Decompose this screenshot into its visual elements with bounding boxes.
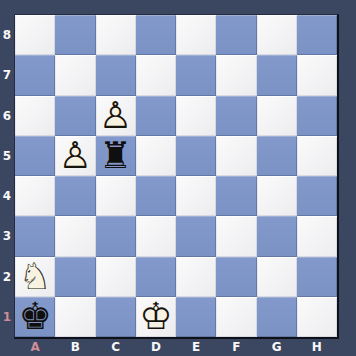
black-rook-icon: ♜ [96, 136, 136, 176]
rank-label-5: 5 [0, 136, 14, 176]
square-c2[interactable] [96, 257, 136, 297]
square-g8[interactable] [257, 15, 297, 55]
square-b3[interactable] [55, 216, 95, 256]
square-g1[interactable] [257, 297, 297, 337]
square-b5[interactable]: ♟♙ [55, 136, 95, 176]
square-d4[interactable] [136, 176, 176, 216]
square-g4[interactable] [257, 176, 297, 216]
square-a5[interactable] [15, 136, 55, 176]
square-d5[interactable] [136, 136, 176, 176]
square-c6[interactable]: ♟♙ [96, 96, 136, 136]
square-f8[interactable] [216, 15, 256, 55]
square-b7[interactable] [55, 55, 95, 95]
square-h3[interactable] [297, 216, 337, 256]
square-h4[interactable] [297, 176, 337, 216]
rank-label-3: 3 [0, 216, 14, 256]
square-h2[interactable] [297, 257, 337, 297]
square-a6[interactable] [15, 96, 55, 136]
white-king-piece[interactable]: ♚♔ [136, 297, 176, 337]
file-label-a: A [15, 338, 55, 355]
rank-label-8: 8 [0, 15, 14, 55]
square-d6[interactable] [136, 96, 176, 136]
file-label-b: B [55, 338, 95, 355]
white-pawn-icon: ♙ [55, 136, 95, 176]
square-b4[interactable] [55, 176, 95, 216]
square-h6[interactable] [297, 96, 337, 136]
file-label-d: D [136, 338, 176, 355]
square-h8[interactable] [297, 15, 337, 55]
square-a8[interactable] [15, 15, 55, 55]
square-g5[interactable] [257, 136, 297, 176]
square-c4[interactable] [96, 176, 136, 216]
square-f1[interactable] [216, 297, 256, 337]
square-c3[interactable] [96, 216, 136, 256]
square-e3[interactable] [176, 216, 216, 256]
square-e1[interactable] [176, 297, 216, 337]
square-d2[interactable] [136, 257, 176, 297]
rank-label-4: 4 [0, 176, 14, 216]
square-a2[interactable]: ♞♘ [15, 257, 55, 297]
square-e2[interactable] [176, 257, 216, 297]
file-label-h: H [297, 338, 337, 355]
square-h7[interactable] [297, 55, 337, 95]
square-e7[interactable] [176, 55, 216, 95]
square-g6[interactable] [257, 96, 297, 136]
white-king-icon: ♔ [136, 297, 176, 337]
square-f7[interactable] [216, 55, 256, 95]
square-f3[interactable] [216, 216, 256, 256]
rank-label-6: 6 [0, 96, 14, 136]
square-b1[interactable] [55, 297, 95, 337]
black-king-piece[interactable]: ♚ [15, 297, 55, 337]
file-label-f: F [216, 338, 256, 355]
square-h1[interactable] [297, 297, 337, 337]
chess-board: ♟♙♟♙♜♞♘♚♚♔ [14, 14, 339, 339]
square-e5[interactable] [176, 136, 216, 176]
black-king-icon: ♚ [15, 297, 55, 337]
square-d3[interactable] [136, 216, 176, 256]
white-pawn-icon: ♙ [96, 96, 136, 136]
square-e4[interactable] [176, 176, 216, 216]
square-a7[interactable] [15, 55, 55, 95]
square-c7[interactable] [96, 55, 136, 95]
black-rook-piece[interactable]: ♜ [96, 136, 136, 176]
square-d8[interactable] [136, 15, 176, 55]
white-knight-piece[interactable]: ♞♘ [15, 257, 55, 297]
square-f6[interactable] [216, 96, 256, 136]
square-f5[interactable] [216, 136, 256, 176]
white-pawn-piece[interactable]: ♟♙ [55, 136, 95, 176]
square-c8[interactable] [96, 15, 136, 55]
square-b8[interactable] [55, 15, 95, 55]
rank-label-1: 1 [0, 297, 14, 337]
square-e8[interactable] [176, 15, 216, 55]
square-f2[interactable] [216, 257, 256, 297]
square-e6[interactable] [176, 96, 216, 136]
rank-labels: 87654321 [0, 15, 14, 337]
square-d1[interactable]: ♚♔ [136, 297, 176, 337]
white-pawn-piece[interactable]: ♟♙ [96, 96, 136, 136]
square-g2[interactable] [257, 257, 297, 297]
file-label-c: C [96, 338, 136, 355]
square-b2[interactable] [55, 257, 95, 297]
rank-label-2: 2 [0, 257, 14, 297]
square-f4[interactable] [216, 176, 256, 216]
square-a3[interactable] [15, 216, 55, 256]
square-g7[interactable] [257, 55, 297, 95]
file-label-e: E [176, 338, 216, 355]
square-d7[interactable] [136, 55, 176, 95]
square-c1[interactable] [96, 297, 136, 337]
square-h5[interactable] [297, 136, 337, 176]
square-g3[interactable] [257, 216, 297, 256]
file-labels: ABCDEFGH [15, 338, 337, 355]
file-label-g: G [257, 338, 297, 355]
square-a1[interactable]: ♚ [15, 297, 55, 337]
rank-label-7: 7 [0, 55, 14, 95]
square-b6[interactable] [55, 96, 95, 136]
square-c5[interactable]: ♜ [96, 136, 136, 176]
chess-diagram: 87654321 ♟♙♟♙♜♞♘♚♚♔ ABCDEFGH [0, 0, 356, 356]
white-knight-icon: ♘ [15, 257, 55, 297]
square-a4[interactable] [15, 176, 55, 216]
